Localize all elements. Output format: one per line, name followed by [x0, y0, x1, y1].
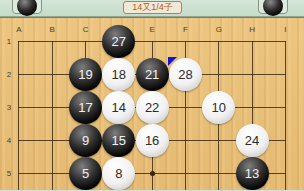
stone-g3[interactable]: 10 — [202, 91, 235, 124]
stone-f2[interactable]: 28 — [169, 58, 202, 91]
stone-e2[interactable]: 21 — [136, 58, 169, 91]
move-number: 24 — [245, 134, 259, 147]
move-number: 19 — [78, 68, 92, 81]
move-number: 13 — [245, 167, 259, 180]
black-stone-icon — [17, 0, 37, 16]
move-number: 8 — [115, 167, 122, 180]
stone-c2[interactable]: 19 — [69, 58, 102, 91]
stones-grid: 27191821281714221091516245813 — [2, 25, 302, 191]
move-number: 10 — [211, 101, 225, 114]
last-move-marker-icon — [168, 57, 177, 66]
stone-e3[interactable]: 22 — [136, 91, 169, 124]
move-number: 5 — [82, 167, 89, 180]
move-number: 18 — [112, 68, 126, 81]
stone-d1[interactable]: 27 — [102, 25, 135, 58]
move-number: 21 — [145, 68, 159, 81]
move-number: 14 — [112, 101, 126, 114]
move-number: 9 — [82, 134, 89, 147]
score-badge: 14又1/4子 — [123, 1, 182, 14]
stone-d2[interactable]: 18 — [102, 58, 135, 91]
move-number: 17 — [78, 101, 92, 114]
top-bar: 14又1/4子 — [0, 0, 304, 17]
stone-d5[interactable]: 8 — [102, 157, 135, 190]
stone-h5[interactable]: 13 — [236, 157, 269, 190]
stone-c6[interactable] — [69, 190, 102, 191]
stone-h4[interactable]: 24 — [236, 124, 269, 157]
right-player-stone-button[interactable] — [258, 0, 288, 14]
go-board[interactable]: ABCDEFGHI12345 2719182128171422109151624… — [0, 16, 304, 190]
move-number: 28 — [178, 68, 192, 81]
black-stone-icon — [263, 0, 283, 16]
stone-c3[interactable]: 17 — [69, 91, 102, 124]
move-number: 27 — [112, 35, 126, 48]
stone-d6[interactable] — [102, 190, 135, 191]
move-number: 22 — [145, 101, 159, 114]
stone-e4[interactable]: 16 — [136, 124, 169, 157]
stone-d4[interactable]: 15 — [102, 124, 135, 157]
stone-b6[interactable] — [36, 190, 69, 191]
move-number: 16 — [145, 134, 159, 147]
move-number: 15 — [112, 134, 126, 147]
left-player-stone-button[interactable] — [12, 0, 42, 14]
stone-c5[interactable]: 5 — [69, 157, 102, 190]
stone-d3[interactable]: 14 — [102, 91, 135, 124]
stone-c4[interactable]: 9 — [69, 124, 102, 157]
